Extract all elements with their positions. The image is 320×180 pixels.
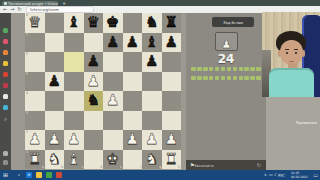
square-d3[interactable] xyxy=(84,111,104,131)
square-g4[interactable] xyxy=(142,91,162,111)
square-g8[interactable]: ♞ xyxy=(142,13,162,33)
storm-history-dash xyxy=(256,67,260,71)
storm-history-dash xyxy=(250,67,254,71)
square-c6[interactable] xyxy=(64,52,84,72)
storm-history-dash xyxy=(221,67,225,71)
piece-bP-b5[interactable]: ♟ xyxy=(45,72,65,92)
square-e8[interactable]: ♚ xyxy=(103,13,123,33)
square-g6[interactable]: ♟ xyxy=(142,52,162,72)
square-g5[interactable] xyxy=(142,72,162,92)
storm-history-dash xyxy=(244,76,248,80)
storm-history-dash xyxy=(209,76,213,80)
clock-date: 04.03.2021 xyxy=(291,176,300,178)
square-b8[interactable] xyxy=(45,13,65,33)
square-g3[interactable] xyxy=(142,111,162,131)
piece-wP-f2[interactable]: ♟ xyxy=(123,130,143,150)
sidebar-icon-bookmark-red[interactable] xyxy=(3,72,8,77)
storm-history-dash xyxy=(250,76,254,80)
sidebar-icon-bookmark-yellow[interactable] xyxy=(3,61,8,66)
square-f4[interactable] xyxy=(123,91,143,111)
square-d1[interactable]: d xyxy=(84,150,104,170)
square-e5[interactable] xyxy=(103,72,123,92)
tray-icon-0[interactable]: ∧ xyxy=(264,170,267,180)
square-e7[interactable]: ♟ xyxy=(103,33,123,53)
piece-bB-g7[interactable]: ♝ xyxy=(142,33,162,53)
reload-icon[interactable]: ↻ xyxy=(17,6,21,13)
square-e4[interactable]: ♟ xyxy=(103,91,123,111)
square-b1[interactable]: b♞ xyxy=(45,150,65,170)
storm-history-dash xyxy=(191,67,195,71)
square-d8[interactable]: ♛ xyxy=(84,13,104,33)
square-e6[interactable] xyxy=(103,52,123,72)
square-f1[interactable]: f xyxy=(123,150,143,170)
piece-bR-h8[interactable]: ♜ xyxy=(162,13,182,33)
square-b3[interactable] xyxy=(45,111,65,131)
piece-wP-e4[interactable]: ♟ xyxy=(103,91,123,111)
taskbar-app-folder-icon[interactable] xyxy=(36,172,42,178)
piece-bN-g8[interactable]: ♞ xyxy=(142,13,162,33)
square-a5[interactable]: 5 xyxy=(25,72,45,92)
rank-label: 7 xyxy=(26,33,28,36)
piece-bQ-d8[interactable]: ♛ xyxy=(84,13,104,33)
square-f7[interactable]: ♟ xyxy=(123,33,143,53)
piece-wQ-a8[interactable]: ♛ xyxy=(25,13,45,33)
tab-title: Тактический штурм • lichess.org xyxy=(8,2,58,6)
storm-bottom-bar: ⚑ Закончить ↻ xyxy=(186,160,266,170)
puzzle-storm-panel: Ход белых ♟ 24 ⚑ Закончить ↻ xyxy=(186,13,266,170)
square-h3[interactable] xyxy=(162,111,182,131)
piece-bP-g6[interactable]: ♟ xyxy=(142,52,162,72)
square-a3[interactable]: 3 xyxy=(25,111,45,131)
taskbar-app-app-red-icon[interactable] xyxy=(56,172,62,178)
storm-history-dash xyxy=(239,76,243,80)
square-e1[interactable]: e♚ xyxy=(103,150,123,170)
sidebar-icon-bookmark-green[interactable] xyxy=(3,28,8,33)
notification-center-icon[interactable]: ▭ xyxy=(313,170,318,180)
end-run-label[interactable]: Закончить xyxy=(194,163,214,167)
square-c2[interactable]: ♟ xyxy=(64,130,84,150)
square-g7[interactable]: ♝ xyxy=(142,33,162,53)
square-d6[interactable]: ♟ xyxy=(84,52,104,72)
person-shirt xyxy=(269,68,314,97)
sidebar-icon-bookmark-orange[interactable] xyxy=(3,50,8,55)
sidebar-icon-bookmark-pink[interactable] xyxy=(3,39,8,44)
storm-history-dash xyxy=(197,67,201,71)
video-frame: Тактический штурм • lichess.org + ← → ↻ … xyxy=(0,0,320,180)
piece-bP-h7[interactable]: ♟ xyxy=(162,33,182,53)
storm-history-dash xyxy=(203,76,207,80)
square-b5[interactable]: ♟ xyxy=(45,72,65,92)
square-h8[interactable]: ♜ xyxy=(162,13,182,33)
rank-label: 6 xyxy=(26,52,28,55)
square-d2[interactable] xyxy=(84,130,104,150)
piece-bK-e8[interactable]: ♚ xyxy=(103,13,123,33)
restart-icon[interactable]: ↻ xyxy=(257,162,261,168)
square-g2[interactable]: ♟ xyxy=(142,130,162,150)
storm-history-dash xyxy=(233,67,237,71)
square-b4[interactable] xyxy=(45,91,65,111)
turn-indicator: Ход белых xyxy=(212,17,254,27)
sidebar-icon-bookmark-white[interactable] xyxy=(3,94,8,99)
storm-history-dash xyxy=(239,67,243,71)
storm-score: 24 xyxy=(186,52,266,66)
square-g1[interactable]: g♞ xyxy=(142,150,162,170)
rank-label: 3 xyxy=(26,111,28,114)
taskbar-app-edge-icon[interactable]: e xyxy=(26,172,32,178)
square-a7[interactable]: 7 xyxy=(25,33,45,53)
start-button-icon[interactable]: ⊞ xyxy=(3,170,8,180)
storm-history-dash xyxy=(215,67,219,71)
square-h7[interactable]: ♟ xyxy=(162,33,182,53)
square-a4[interactable]: 4 xyxy=(25,91,45,111)
sidebar-icon-bookmark-cyan[interactable] xyxy=(3,105,8,110)
square-a8[interactable]: 8♛ xyxy=(25,13,45,33)
square-e2[interactable] xyxy=(103,130,123,150)
square-c8[interactable]: ♝ xyxy=(64,13,84,33)
square-h1[interactable]: h♜ xyxy=(162,150,182,170)
square-b6[interactable] xyxy=(45,52,65,72)
clock-time: 21:05 xyxy=(291,172,300,174)
square-d4[interactable]: ♞ xyxy=(84,91,104,111)
sidebar-icon-panel-settings[interactable] xyxy=(3,151,8,156)
taskbar-app-browser-icon[interactable] xyxy=(46,172,52,178)
taskbar-app-search-icon[interactable]: ⌕ xyxy=(16,172,22,178)
storm-history-dash xyxy=(197,76,201,80)
storm-history-dash xyxy=(244,67,248,71)
square-h5[interactable] xyxy=(162,72,182,92)
taskbar-clock[interactable]: 21:05 04.03.2021 xyxy=(291,170,313,180)
storm-history-dash xyxy=(221,76,225,80)
square-h4[interactable] xyxy=(162,91,182,111)
storm-history-dash xyxy=(191,76,195,80)
rank-label: 5 xyxy=(26,72,28,75)
piece-wR-a1[interactable]: ♜ xyxy=(25,150,45,170)
tray-icon-1[interactable]: ▭ xyxy=(269,170,273,180)
storm-history-dash xyxy=(209,67,213,71)
square-f5[interactable] xyxy=(123,72,143,92)
chess-board: 8♛♝♛♚♞♜7♟♟♝♟6♟♟5♟♟4♞♟32♟♟♟♟♟♟1a♜b♞c♝de♚f… xyxy=(25,13,181,169)
tray-icon-2[interactable]: ♪ xyxy=(274,170,277,180)
piece-wB-c1[interactable]: ♝ xyxy=(64,150,84,170)
pawn-icon: ♟ xyxy=(221,37,232,51)
piece-wK-e1[interactable]: ♚ xyxy=(103,150,123,170)
sidebar-icon-bookmark-darkred[interactable] xyxy=(3,83,8,88)
square-h6[interactable] xyxy=(162,52,182,72)
square-f3[interactable] xyxy=(123,111,143,131)
square-f2[interactable]: ♟ xyxy=(123,130,143,150)
piece-wN-g1[interactable]: ♞ xyxy=(142,150,162,170)
piece-wP-g2[interactable]: ♟ xyxy=(142,130,162,150)
piece-wR-h1[interactable]: ♜ xyxy=(162,150,182,170)
piece-wN-b1[interactable]: ♞ xyxy=(45,150,65,170)
square-a2[interactable]: 2♟ xyxy=(25,130,45,150)
square-a6[interactable]: 6 xyxy=(25,52,45,72)
square-b7[interactable] xyxy=(45,33,65,53)
square-c7[interactable] xyxy=(64,33,84,53)
piece-wP-d5[interactable]: ♟ xyxy=(84,72,104,92)
square-c4[interactable] xyxy=(64,91,84,111)
tab-favicon-icon xyxy=(4,2,7,5)
storm-history-dash xyxy=(215,76,219,80)
square-a1[interactable]: 1a♜ xyxy=(25,150,45,170)
storm-history-dash xyxy=(233,76,237,80)
person-mouth xyxy=(289,61,294,62)
storm-history-grid xyxy=(186,67,266,85)
url-text: lichess.org/storm xyxy=(30,8,59,12)
storm-history-dash xyxy=(227,67,231,71)
storm-history-dash xyxy=(203,67,207,71)
back-icon[interactable]: ← xyxy=(3,6,7,13)
square-d7[interactable] xyxy=(84,33,104,53)
piece-wP-a2[interactable]: ♟ xyxy=(25,130,45,150)
piece-wP-c2[interactable]: ♟ xyxy=(64,130,84,150)
person-brow-right xyxy=(294,49,298,50)
webcam-overlay xyxy=(262,12,320,97)
square-e3[interactable] xyxy=(103,111,123,131)
square-c5[interactable] xyxy=(64,72,84,92)
square-c1[interactable]: c♝ xyxy=(64,150,84,170)
rank-label: 4 xyxy=(26,91,28,94)
person-brow-left xyxy=(285,49,289,50)
piece-wP-b2[interactable]: ♟ xyxy=(45,130,65,150)
piece-bB-c8[interactable]: ♝ xyxy=(64,13,84,33)
square-h2[interactable]: ♟ xyxy=(162,130,182,150)
piece-bP-e7[interactable]: ♟ xyxy=(103,33,123,53)
forward-icon[interactable]: → xyxy=(10,6,14,13)
windows-taskbar: ⊞ РУС 21:05 04.03.2021 ▭ ⌕e∧▭♪ xyxy=(0,170,320,180)
piece-bP-d6[interactable]: ♟ xyxy=(84,52,104,72)
sidebar-icon-panel-downloads[interactable] xyxy=(3,160,8,165)
piece-bN-d4[interactable]: ♞ xyxy=(84,91,104,111)
square-f8[interactable] xyxy=(123,13,143,33)
piece-bP-f7[interactable]: ♟ xyxy=(123,33,143,53)
pawn-icon-box: ♟ xyxy=(215,32,238,51)
square-d5[interactable]: ♟ xyxy=(84,72,104,92)
sidebar-icon-search-icon[interactable]: ⌕ xyxy=(3,116,8,121)
subscribe-button[interactable]: Подписаться xyxy=(292,119,320,127)
square-f6[interactable] xyxy=(123,52,143,72)
storm-history-dash xyxy=(227,76,231,80)
square-b2[interactable]: ♟ xyxy=(45,130,65,150)
square-c3[interactable] xyxy=(64,111,84,131)
piece-wP-h2[interactable]: ♟ xyxy=(162,130,182,150)
address-bar[interactable]: lichess.org/storm xyxy=(26,6,94,13)
storm-history-dash xyxy=(256,76,260,80)
browser-side-panel: ⌕ xyxy=(0,13,11,170)
